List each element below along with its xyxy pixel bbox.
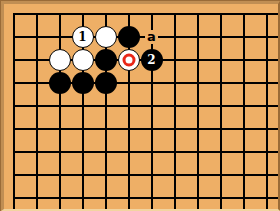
intersection <box>25 163 48 186</box>
intersection <box>117 186 140 209</box>
intersection <box>163 2 186 25</box>
intersection <box>140 117 163 140</box>
intersection <box>117 117 140 140</box>
intersection <box>186 2 209 25</box>
intersection <box>48 94 71 117</box>
intersection <box>255 140 278 163</box>
point-label: a <box>145 30 158 44</box>
intersection <box>2 2 25 25</box>
intersection <box>140 94 163 117</box>
white-stone <box>118 49 140 71</box>
intersection <box>2 117 25 140</box>
intersection <box>186 94 209 117</box>
black-stone <box>72 72 94 94</box>
go-board: 1a2 <box>1 1 280 211</box>
intersection <box>48 117 71 140</box>
intersection <box>232 48 255 71</box>
intersection <box>117 163 140 186</box>
intersection <box>232 186 255 209</box>
intersection <box>163 117 186 140</box>
intersection <box>48 2 71 25</box>
intersection <box>232 140 255 163</box>
intersection <box>209 25 232 48</box>
intersection <box>186 71 209 94</box>
intersection <box>163 48 186 71</box>
intersection <box>163 94 186 117</box>
intersection <box>94 186 117 209</box>
intersection <box>209 48 232 71</box>
intersection: 2 <box>140 48 163 71</box>
intersection <box>25 2 48 25</box>
intersection <box>232 25 255 48</box>
intersection <box>48 48 71 71</box>
intersection: a <box>140 25 163 48</box>
intersection <box>48 71 71 94</box>
intersection <box>163 71 186 94</box>
intersection <box>140 186 163 209</box>
intersection <box>209 117 232 140</box>
intersection <box>25 94 48 117</box>
intersection <box>2 48 25 71</box>
white-stone <box>49 49 71 71</box>
white-stone: 1 <box>72 26 94 48</box>
intersection <box>140 163 163 186</box>
intersection <box>25 48 48 71</box>
intersection <box>140 140 163 163</box>
intersection <box>117 71 140 94</box>
black-stone <box>95 72 117 94</box>
black-stone <box>49 72 71 94</box>
intersection <box>71 186 94 209</box>
intersection <box>186 48 209 71</box>
intersection <box>140 71 163 94</box>
intersection <box>232 71 255 94</box>
intersection <box>209 71 232 94</box>
intersection <box>255 48 278 71</box>
intersection <box>255 186 278 209</box>
intersection <box>25 186 48 209</box>
intersection <box>2 71 25 94</box>
intersection <box>255 71 278 94</box>
intersection <box>255 25 278 48</box>
intersection <box>71 2 94 25</box>
intersection <box>117 140 140 163</box>
intersection <box>232 117 255 140</box>
intersection <box>117 2 140 25</box>
intersection <box>209 140 232 163</box>
intersection <box>2 163 25 186</box>
intersection <box>94 94 117 117</box>
intersection <box>209 163 232 186</box>
intersection <box>209 2 232 25</box>
intersection <box>209 94 232 117</box>
intersection: 1 <box>71 25 94 48</box>
intersection <box>117 48 140 71</box>
intersection <box>186 25 209 48</box>
intersection <box>48 25 71 48</box>
intersection <box>25 71 48 94</box>
intersection <box>94 140 117 163</box>
intersection <box>209 186 232 209</box>
intersection <box>25 25 48 48</box>
go-diagram: 1a2 <box>0 0 280 211</box>
intersection <box>94 48 117 71</box>
intersection <box>25 140 48 163</box>
move-number-label: 2 <box>147 54 155 66</box>
go-board-grid: 1a2 <box>2 2 278 209</box>
intersection <box>232 2 255 25</box>
intersection <box>94 71 117 94</box>
intersection <box>71 71 94 94</box>
intersection <box>186 186 209 209</box>
intersection <box>94 117 117 140</box>
intersection <box>117 94 140 117</box>
intersection <box>117 25 140 48</box>
intersection <box>2 186 25 209</box>
intersection <box>232 163 255 186</box>
black-stone <box>118 26 140 48</box>
intersection <box>25 117 48 140</box>
intersection <box>2 25 25 48</box>
intersection <box>163 140 186 163</box>
intersection <box>2 94 25 117</box>
intersection <box>163 163 186 186</box>
intersection <box>94 163 117 186</box>
intersection <box>232 94 255 117</box>
intersection <box>48 186 71 209</box>
intersection <box>48 163 71 186</box>
intersection <box>186 117 209 140</box>
intersection <box>255 117 278 140</box>
intersection <box>71 140 94 163</box>
intersection <box>71 48 94 71</box>
intersection <box>71 94 94 117</box>
white-stone <box>95 26 117 48</box>
black-stone <box>95 49 117 71</box>
intersection <box>48 140 71 163</box>
intersection <box>186 140 209 163</box>
intersection <box>94 2 117 25</box>
circle-marker <box>122 53 135 66</box>
intersection <box>255 94 278 117</box>
intersection <box>94 25 117 48</box>
white-stone <box>72 49 94 71</box>
intersection <box>255 163 278 186</box>
intersection <box>186 163 209 186</box>
intersection <box>163 25 186 48</box>
intersection <box>163 186 186 209</box>
intersection <box>71 117 94 140</box>
intersection <box>71 163 94 186</box>
move-number-label: 1 <box>78 31 86 43</box>
intersection <box>2 140 25 163</box>
black-stone: 2 <box>141 49 163 71</box>
intersection <box>255 2 278 25</box>
intersection <box>140 2 163 25</box>
